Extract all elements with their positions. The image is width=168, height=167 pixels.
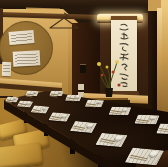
paper-text-lines bbox=[3, 65, 11, 74]
ikebana-vase bbox=[105, 88, 113, 97]
place-setting bbox=[49, 91, 64, 96]
place-setting bbox=[134, 115, 159, 125]
pinned-paper bbox=[8, 30, 34, 45]
place-setting bbox=[85, 100, 105, 108]
pinned-paper bbox=[2, 62, 11, 76]
restaurant-room-photo: Long low dark lacquered table set with p… bbox=[0, 0, 168, 167]
ikebana-arrangement bbox=[93, 54, 123, 98]
place-setting bbox=[109, 107, 132, 116]
paper-text-lines bbox=[15, 53, 38, 64]
place-setting bbox=[65, 95, 82, 102]
light-switch-plate bbox=[78, 84, 84, 90]
wire-hanger-icon bbox=[47, 12, 80, 32]
intercom-box bbox=[80, 64, 86, 73]
place-setting bbox=[25, 91, 39, 96]
light-wood-post bbox=[157, 8, 162, 116]
pinned-paper bbox=[13, 50, 41, 66]
paper-text-lines bbox=[11, 33, 33, 43]
